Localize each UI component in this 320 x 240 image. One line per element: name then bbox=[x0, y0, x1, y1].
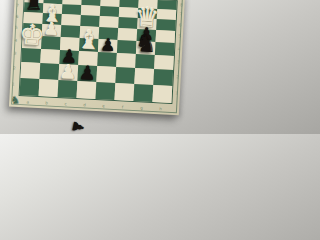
square-f3[interactable] bbox=[116, 53, 136, 68]
piece-black-pawn-d2[interactable]: ♟ bbox=[78, 63, 96, 83]
square-b3[interactable] bbox=[40, 49, 60, 64]
square-c2[interactable]: ♟ bbox=[58, 64, 78, 80]
square-g2[interactable] bbox=[134, 68, 154, 84]
square-e3[interactable] bbox=[97, 52, 117, 67]
square-h5[interactable] bbox=[156, 30, 176, 43]
square-d4[interactable]: ♝ bbox=[79, 38, 99, 52]
piece-black-pawn-e4[interactable]: ♟ bbox=[100, 36, 116, 54]
file-label-c: c bbox=[56, 102, 75, 107]
square-d1[interactable] bbox=[77, 81, 97, 99]
piece-black-knight-g4[interactable]: ♞ bbox=[135, 31, 158, 56]
rank-labels-left-2: 2 bbox=[13, 61, 16, 77]
photo-of-chess-board: { "game": "chess", "scene": "overhead ph… bbox=[0, 0, 200, 134]
file-label-d: d bbox=[75, 103, 94, 108]
square-f1[interactable] bbox=[114, 83, 134, 101]
square-e2[interactable] bbox=[96, 66, 116, 82]
piece-white-pawn-c2[interactable]: ♟ bbox=[59, 62, 77, 82]
rank-labels-right-7: 7 bbox=[179, 9, 182, 19]
rank-labels-left-6: 6 bbox=[15, 11, 18, 22]
file-label-f: f bbox=[113, 105, 132, 110]
square-h2[interactable] bbox=[153, 69, 173, 85]
square-f2[interactable] bbox=[115, 67, 135, 83]
rank-labels-right-4: 4 bbox=[177, 42, 180, 55]
rank-labels-right-3: 3 bbox=[177, 55, 180, 69]
square-a3[interactable] bbox=[21, 48, 41, 63]
knight-emblem-logo-icon: ♞ bbox=[9, 93, 22, 108]
chess-board: ♜♝♛♟♟♚♝♟♞♟♟♟ abcdefgh 87654321 87654321 … bbox=[9, 0, 185, 115]
square-b1[interactable] bbox=[39, 79, 59, 97]
square-g1[interactable] bbox=[133, 83, 153, 101]
file-label-g: g bbox=[132, 106, 151, 111]
rank-labels-right-5: 5 bbox=[178, 30, 181, 42]
rank-labels-left-4: 4 bbox=[14, 34, 17, 47]
square-b2[interactable] bbox=[39, 63, 59, 79]
rank-labels-right-8: 8 bbox=[180, 0, 183, 9]
square-g3[interactable] bbox=[135, 54, 155, 69]
file-label-b: b bbox=[37, 101, 56, 106]
rank-labels-right-6: 6 bbox=[179, 19, 182, 30]
captured-black-pawn-fallen[interactable]: ♟ bbox=[70, 119, 86, 134]
square-h3[interactable] bbox=[154, 55, 174, 70]
square-a2[interactable] bbox=[21, 62, 41, 78]
rank-labels-right-2: 2 bbox=[176, 69, 179, 85]
square-c1[interactable] bbox=[58, 80, 78, 98]
rank-labels-left-7: 7 bbox=[16, 1, 19, 11]
file-label-e: e bbox=[94, 104, 113, 109]
square-g4[interactable]: ♞ bbox=[136, 41, 156, 55]
board-playing-area: ♜♝♛♟♟♚♝♟♞♟♟♟ bbox=[19, 0, 178, 104]
square-f4[interactable] bbox=[117, 40, 137, 54]
square-f5[interactable] bbox=[118, 28, 138, 41]
rank-labels-right-1: 1 bbox=[175, 85, 178, 103]
rank-labels-left-5: 5 bbox=[15, 22, 18, 34]
file-label-h: h bbox=[151, 107, 170, 112]
rank-labels-left-3: 3 bbox=[13, 47, 16, 61]
square-d2[interactable]: ♟ bbox=[77, 65, 97, 81]
piece-white-bishop-d4[interactable]: ♝ bbox=[77, 26, 102, 53]
square-a1[interactable] bbox=[20, 78, 40, 96]
square-a4[interactable]: ♚ bbox=[22, 35, 42, 49]
square-e4[interactable]: ♟ bbox=[98, 39, 118, 53]
rank-labels-left-1: 1 bbox=[12, 76, 15, 94]
square-h4[interactable] bbox=[155, 42, 175, 56]
square-h1[interactable] bbox=[152, 84, 172, 102]
square-e1[interactable] bbox=[95, 82, 115, 100]
piece-white-king-a4[interactable]: ♚ bbox=[19, 21, 46, 50]
